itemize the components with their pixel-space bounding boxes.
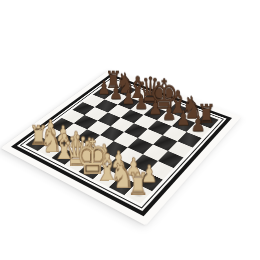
black-rook-h8: ♜	[184, 101, 230, 128]
board-inner-frame: ♜♞♝♛♚♝♞♜♟♟♟♟♟♟♟♟♟♟♟♟♟♟♟♟♜♞♝♛♚♝♞♜	[20, 78, 224, 209]
square-h4	[158, 151, 184, 168]
black-pawn-h7: ♟	[175, 114, 222, 135]
black-knight-g8: ♞	[170, 92, 215, 123]
square-a2: ♟	[38, 127, 62, 142]
scene: ♜♞♝♛♚♝♞♜♟♟♟♟♟♟♟♟♟♟♟♟♟♟♟♟♜♞♝♛♚♝♞♜	[0, 0, 260, 260]
product-photo: ♜♞♝♛♚♝♞♜♟♟♟♟♟♟♟♟♟♟♟♟♟♟♟♟♜♞♝♛♚♝♞♜	[0, 0, 260, 260]
vinyl-board-sheet: ♜♞♝♛♚♝♞♜♟♟♟♟♟♟♟♟♟♟♟♟♟♟♟♟♜♞♝♛♚♝♞♜	[1, 70, 242, 226]
board-outer-frame: ♜♞♝♛♚♝♞♜♟♟♟♟♟♟♟♟♟♟♟♟♟♟♟♟♜♞♝♛♚♝♞♜	[11, 74, 232, 216]
square-g6	[162, 126, 186, 141]
chessboard: ♜♞♝♛♚♝♞♜♟♟♟♟♟♟♟♟♟♟♟♟♟♟♟♟♜♞♝♛♚♝♞♜	[26, 80, 219, 203]
square-a1: ♜	[26, 135, 51, 151]
